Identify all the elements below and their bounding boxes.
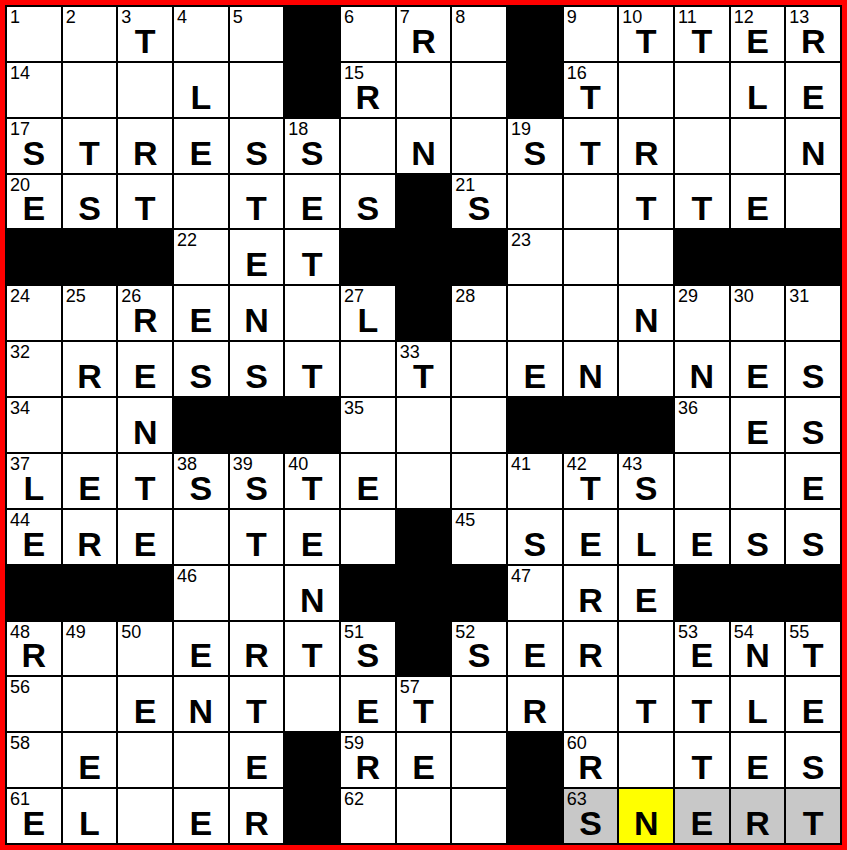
cell-r9c7[interactable]: E	[341, 454, 395, 508]
cell-r2c7[interactable]: 15R	[341, 63, 395, 117]
cell-r13c10[interactable]: R	[508, 677, 562, 731]
cell-r7c14[interactable]: E	[731, 342, 785, 396]
cell-r12c14[interactable]: 54N	[731, 622, 785, 676]
cell-letter: S	[230, 136, 284, 170]
cell-r2c11[interactable]: 16T	[564, 63, 618, 117]
black-cell-r8c12	[619, 398, 673, 452]
cell-letter: T	[786, 806, 840, 840]
cell-r13c6[interactable]	[285, 677, 339, 731]
cell-letter: S	[230, 359, 284, 393]
cell-letter: R	[619, 136, 673, 170]
cell-r8c1[interactable]: 34	[7, 398, 61, 452]
cell-r10c9[interactable]: 45	[452, 510, 506, 564]
cell-r12c1[interactable]: 48R	[7, 622, 61, 676]
cell-r10c7[interactable]	[341, 510, 395, 564]
cell-r6c6[interactable]	[285, 286, 339, 340]
cell-letter: T	[619, 24, 673, 58]
cell-r6c1[interactable]: 24	[7, 286, 61, 340]
cell-r4c5[interactable]: T	[230, 175, 284, 229]
cell-r13c3[interactable]: E	[118, 677, 172, 731]
cell-r10c13[interactable]: E	[675, 510, 729, 564]
cell-letter: R	[731, 806, 785, 840]
cell-r3c3[interactable]: R	[118, 119, 172, 173]
cell-letter: N	[786, 136, 840, 170]
cell-r10c12[interactable]: L	[619, 510, 673, 564]
cell-r12c5[interactable]: R	[230, 622, 284, 676]
cell-r11c4[interactable]: 46	[174, 566, 228, 620]
cell-r8c8[interactable]	[397, 398, 451, 452]
cell-r12c2[interactable]: 49	[63, 622, 117, 676]
cell-r1c2[interactable]: 2	[63, 7, 117, 61]
cell-r4c1[interactable]: 20E	[7, 175, 61, 229]
cell-r2c5[interactable]	[230, 63, 284, 117]
cell-letter: E	[341, 694, 395, 728]
cell-r1c11[interactable]: 9	[564, 7, 618, 61]
cell-r5c12[interactable]	[619, 230, 673, 284]
cell-r3c2[interactable]: T	[63, 119, 117, 173]
black-cell-r8c4	[174, 398, 228, 452]
clue-number: 36	[678, 398, 698, 418]
cell-r14c1[interactable]: 58	[7, 733, 61, 787]
cell-r15c2[interactable]: L	[63, 789, 117, 843]
cell-r7c9[interactable]	[452, 342, 506, 396]
cell-r14c4[interactable]	[174, 733, 228, 787]
cell-r10c14[interactable]: S	[731, 510, 785, 564]
cell-r8c9[interactable]	[452, 398, 506, 452]
black-cell-r11c8	[397, 566, 451, 620]
cell-letter: S	[619, 471, 673, 505]
cell-r11c11[interactable]: R	[564, 566, 618, 620]
clue-number: 28	[455, 286, 475, 306]
cell-r6c13[interactable]: 29	[675, 286, 729, 340]
clue-number: 46	[177, 566, 197, 586]
cell-r14c13[interactable]: T	[675, 733, 729, 787]
cell-r2c2[interactable]	[63, 63, 117, 117]
cell-letter: S	[731, 527, 785, 561]
cell-r7c6[interactable]: T	[285, 342, 339, 396]
cell-r13c2[interactable]	[63, 677, 117, 731]
cell-r13c13[interactable]: T	[675, 677, 729, 731]
cell-letter: T	[397, 359, 451, 393]
cell-r9c6[interactable]: 40T	[285, 454, 339, 508]
cell-r4c4[interactable]	[174, 175, 228, 229]
cell-r9c9[interactable]	[452, 454, 506, 508]
cell-r7c10[interactable]: E	[508, 342, 562, 396]
cell-letter: E	[508, 638, 562, 672]
clue-number: 24	[10, 286, 30, 306]
cell-letter: S	[786, 750, 840, 784]
cell-letter: E	[731, 24, 785, 58]
cell-r3c11[interactable]: T	[564, 119, 618, 173]
cell-letter: E	[174, 136, 228, 170]
cell-r3c7[interactable]	[341, 119, 395, 173]
cell-letter: E	[786, 471, 840, 505]
cell-r9c1[interactable]: 37L	[7, 454, 61, 508]
cell-r7c13[interactable]: N	[675, 342, 729, 396]
cell-letter: R	[63, 359, 117, 393]
cell-r7c7[interactable]	[341, 342, 395, 396]
cell-r7c8[interactable]: 33T	[397, 342, 451, 396]
cell-r3c5[interactable]: S	[230, 119, 284, 173]
clue-number: 4	[177, 7, 187, 27]
cell-letter: E	[675, 638, 729, 672]
black-cell-r15c10	[508, 789, 562, 843]
cell-r9c2[interactable]: E	[63, 454, 117, 508]
cell-letter: E	[731, 191, 785, 225]
cell-r10c10[interactable]: S	[508, 510, 562, 564]
cell-letter: E	[285, 527, 339, 561]
cell-r3c1[interactable]: 17S	[7, 119, 61, 173]
cell-r1c9[interactable]: 8	[452, 7, 506, 61]
clue-number: 31	[789, 286, 809, 306]
cell-letter: S	[230, 471, 284, 505]
cell-r10c11[interactable]: E	[564, 510, 618, 564]
cell-r5c6[interactable]: T	[285, 230, 339, 284]
cell-r12c3[interactable]: 50	[118, 622, 172, 676]
black-cell-r5c15	[786, 230, 840, 284]
cell-r12c13[interactable]: 53E	[675, 622, 729, 676]
cell-r2c15[interactable]: E	[786, 63, 840, 117]
cell-r12c9[interactable]: 52S	[452, 622, 506, 676]
cell-r9c8[interactable]	[397, 454, 451, 508]
cell-r7c1[interactable]: 32	[7, 342, 61, 396]
cell-letter: T	[619, 191, 673, 225]
cell-r6c2[interactable]: 25	[63, 286, 117, 340]
cell-r9c11[interactable]: 42T	[564, 454, 618, 508]
highlighted-cell-r15c14[interactable]: R	[731, 789, 785, 843]
cell-letter: E	[118, 527, 172, 561]
cell-r9c4[interactable]: 38S	[174, 454, 228, 508]
cell-r7c11[interactable]: N	[564, 342, 618, 396]
crossword-board: 123T4567R8910T11T12E13R14L15R16TLE17STRE…	[0, 0, 847, 850]
cell-r2c9[interactable]	[452, 63, 506, 117]
cell-r8c3[interactable]: N	[118, 398, 172, 452]
cell-r2c1[interactable]: 14	[7, 63, 61, 117]
cell-letter: T	[786, 638, 840, 672]
cell-r6c3[interactable]: 26R	[118, 286, 172, 340]
cell-letter: R	[230, 806, 284, 840]
cell-r2c4[interactable]: L	[174, 63, 228, 117]
cell-r3c15[interactable]: N	[786, 119, 840, 173]
cell-r5c4[interactable]: 22	[174, 230, 228, 284]
cell-r9c10[interactable]: 41	[508, 454, 562, 508]
cell-r13c15[interactable]: E	[786, 677, 840, 731]
cell-r3c4[interactable]: E	[174, 119, 228, 173]
cell-letter: S	[786, 359, 840, 393]
cell-r2c8[interactable]	[397, 63, 451, 117]
cell-letter: E	[7, 527, 61, 561]
cell-r10c2[interactable]: R	[63, 510, 117, 564]
cell-r13c11[interactable]	[564, 677, 618, 731]
cell-letter: T	[285, 638, 339, 672]
cell-r3c6[interactable]: 18S	[285, 119, 339, 173]
cell-r4c14[interactable]: E	[731, 175, 785, 229]
cell-r12c15[interactable]: 55T	[786, 622, 840, 676]
black-cell-r5c3	[118, 230, 172, 284]
cell-letter: S	[285, 136, 339, 170]
cell-r5c10[interactable]: 23	[508, 230, 562, 284]
cell-r6c7[interactable]: 27L	[341, 286, 395, 340]
cell-r10c5[interactable]: T	[230, 510, 284, 564]
cell-letter: T	[118, 24, 172, 58]
black-cell-r11c15	[786, 566, 840, 620]
highlighted-cell-r15c13[interactable]: E	[675, 789, 729, 843]
cell-r5c5[interactable]: E	[230, 230, 284, 284]
cell-letter: L	[174, 80, 228, 114]
cell-letter: T	[675, 24, 729, 58]
cell-letter: L	[63, 806, 117, 840]
cell-r2c3[interactable]	[118, 63, 172, 117]
cell-letter: T	[675, 191, 729, 225]
cell-letter: T	[564, 136, 618, 170]
cell-r1c12[interactable]: 10T	[619, 7, 673, 61]
cell-r13c12[interactable]: T	[619, 677, 673, 731]
cell-letter: T	[230, 694, 284, 728]
cell-letter: E	[675, 527, 729, 561]
cell-r6c10[interactable]	[508, 286, 562, 340]
cell-r3c8[interactable]: N	[397, 119, 451, 173]
cell-letter: S	[174, 471, 228, 505]
cell-letter: E	[731, 415, 785, 449]
cell-r12c4[interactable]: E	[174, 622, 228, 676]
cell-letter: N	[118, 415, 172, 449]
cell-r3c9[interactable]	[452, 119, 506, 173]
cell-letter: S	[452, 191, 506, 225]
cell-r8c15[interactable]: S	[786, 398, 840, 452]
cell-r6c12[interactable]: N	[619, 286, 673, 340]
cell-r6c15[interactable]: 31	[786, 286, 840, 340]
cell-r15c1[interactable]: 61E	[7, 789, 61, 843]
cell-r15c5[interactable]: R	[230, 789, 284, 843]
highlighted-cell-r15c15[interactable]: T	[786, 789, 840, 843]
cell-letter: E	[174, 806, 228, 840]
cell-r4c6[interactable]: E	[285, 175, 339, 229]
cell-letter: E	[230, 750, 284, 784]
cell-r3c10[interactable]: 19S	[508, 119, 562, 173]
cell-letter: T	[285, 247, 339, 281]
cell-r7c15[interactable]: S	[786, 342, 840, 396]
cell-letter: N	[619, 303, 673, 337]
cell-r14c12[interactable]	[619, 733, 673, 787]
cell-letter: S	[508, 136, 562, 170]
cell-r7c3[interactable]: E	[118, 342, 172, 396]
cell-r10c4[interactable]	[174, 510, 228, 564]
clue-number: 34	[10, 398, 30, 418]
cell-r11c5[interactable]	[230, 566, 284, 620]
cell-letter: E	[564, 527, 618, 561]
cell-r10c1[interactable]: 44E	[7, 510, 61, 564]
cell-r7c4[interactable]: S	[174, 342, 228, 396]
cell-r15c8[interactable]	[397, 789, 451, 843]
cell-letter: T	[63, 136, 117, 170]
cell-r2c14[interactable]: L	[731, 63, 785, 117]
clue-number: 2	[66, 7, 76, 27]
black-cell-r5c14	[731, 230, 785, 284]
cell-r14c11[interactable]: 60R	[564, 733, 618, 787]
cell-r1c14[interactable]: 12E	[731, 7, 785, 61]
cell-r12c10[interactable]: E	[508, 622, 562, 676]
cell-letter: T	[118, 191, 172, 225]
black-cell-r11c7	[341, 566, 395, 620]
cell-r4c11[interactable]	[564, 175, 618, 229]
cell-r13c9[interactable]	[452, 677, 506, 731]
cell-r1c5[interactable]: 5	[230, 7, 284, 61]
cell-letter: T	[285, 359, 339, 393]
black-cell-r8c10	[508, 398, 562, 452]
cell-r13c7[interactable]: E	[341, 677, 395, 731]
cell-r1c7[interactable]: 6	[341, 7, 395, 61]
cell-r10c6[interactable]: E	[285, 510, 339, 564]
clue-number: 58	[10, 733, 30, 753]
cell-letter: R	[118, 303, 172, 337]
cell-r7c5[interactable]: S	[230, 342, 284, 396]
cell-r14c8[interactable]: E	[397, 733, 451, 787]
cell-r7c2[interactable]: R	[63, 342, 117, 396]
cell-r2c13[interactable]	[675, 63, 729, 117]
cell-r11c6[interactable]: N	[285, 566, 339, 620]
cell-r11c10[interactable]: 47	[508, 566, 562, 620]
clue-number: 23	[511, 230, 531, 250]
cell-r15c4[interactable]: E	[174, 789, 228, 843]
cell-r2c12[interactable]	[619, 63, 673, 117]
cell-r1c4[interactable]: 4	[174, 7, 228, 61]
cell-r1c1[interactable]: 1	[7, 7, 61, 61]
cell-r4c9[interactable]: 21S	[452, 175, 506, 229]
cell-r13c8[interactable]: 57T	[397, 677, 451, 731]
cell-letter: R	[564, 750, 618, 784]
black-cell-r1c6	[285, 7, 339, 61]
cell-r14c14[interactable]: E	[731, 733, 785, 787]
cell-r12c6[interactable]: T	[285, 622, 339, 676]
cell-r6c11[interactable]	[564, 286, 618, 340]
cell-r13c14[interactable]: L	[731, 677, 785, 731]
cell-r9c14[interactable]	[731, 454, 785, 508]
clue-number: 49	[66, 622, 86, 642]
clue-number: 1	[10, 7, 20, 27]
cell-letter: L	[619, 527, 673, 561]
cell-r6c5[interactable]: N	[230, 286, 284, 340]
cell-letter: E	[63, 750, 117, 784]
cell-letter: S	[452, 638, 506, 672]
cell-r14c5[interactable]: E	[230, 733, 284, 787]
cell-letter: L	[341, 303, 395, 337]
cell-r13c1[interactable]: 56	[7, 677, 61, 731]
cell-r4c7[interactable]: S	[341, 175, 395, 229]
cell-letter: E	[63, 471, 117, 505]
cell-r9c3[interactable]: T	[118, 454, 172, 508]
cell-r12c7[interactable]: 51S	[341, 622, 395, 676]
clue-number: 47	[511, 566, 531, 586]
cell-r6c9[interactable]: 28	[452, 286, 506, 340]
clue-number: 6	[344, 7, 354, 27]
black-cell-r11c2	[63, 566, 117, 620]
cell-r14c7[interactable]: 59R	[341, 733, 395, 787]
cell-letter: N	[285, 583, 339, 617]
cell-r8c2[interactable]	[63, 398, 117, 452]
cell-r14c2[interactable]: E	[63, 733, 117, 787]
cell-letter: S	[63, 191, 117, 225]
active-cell-r15c12[interactable]: N	[619, 789, 673, 843]
cell-letter: S	[786, 415, 840, 449]
clue-number: 62	[344, 789, 364, 809]
cell-r1c3[interactable]: 3T	[118, 7, 172, 61]
cell-r8c13[interactable]: 36	[675, 398, 729, 452]
cell-r3c14[interactable]	[731, 119, 785, 173]
cell-r7c12[interactable]	[619, 342, 673, 396]
black-cell-r11c3	[118, 566, 172, 620]
clue-number: 8	[455, 7, 465, 27]
cell-r11c12[interactable]: E	[619, 566, 673, 620]
cell-r3c12[interactable]: R	[619, 119, 673, 173]
cell-letter: R	[508, 694, 562, 728]
cell-r6c14[interactable]: 30	[731, 286, 785, 340]
cell-letter: T	[675, 694, 729, 728]
clue-number: 35	[344, 398, 364, 418]
cell-r13c4[interactable]: N	[174, 677, 228, 731]
cell-r1c15[interactable]: 13R	[786, 7, 840, 61]
cell-r4c2[interactable]: S	[63, 175, 117, 229]
black-cell-r1c10	[508, 7, 562, 61]
cell-r4c3[interactable]: T	[118, 175, 172, 229]
cell-r9c15[interactable]: E	[786, 454, 840, 508]
cell-r10c15[interactable]: S	[786, 510, 840, 564]
cell-r9c5[interactable]: 39S	[230, 454, 284, 508]
cell-r12c11[interactable]: R	[564, 622, 618, 676]
cell-r1c13[interactable]: 11T	[675, 7, 729, 61]
clue-number: 14	[10, 63, 30, 83]
black-cell-r5c2	[63, 230, 117, 284]
clue-number: 56	[10, 677, 30, 697]
cell-r14c3[interactable]	[118, 733, 172, 787]
cell-letter: T	[230, 191, 284, 225]
cell-r4c15[interactable]	[786, 175, 840, 229]
cell-r14c15[interactable]: S	[786, 733, 840, 787]
cell-r5c11[interactable]	[564, 230, 618, 284]
cell-r8c7[interactable]: 35	[341, 398, 395, 452]
cell-r15c7[interactable]: 62	[341, 789, 395, 843]
black-cell-r5c13	[675, 230, 729, 284]
cell-r15c9[interactable]	[452, 789, 506, 843]
cell-r3c13[interactable]	[675, 119, 729, 173]
cell-r12c12[interactable]	[619, 622, 673, 676]
cell-r13c5[interactable]: T	[230, 677, 284, 731]
black-cell-r11c13	[675, 566, 729, 620]
cell-r1c8[interactable]: 7R	[397, 7, 451, 61]
cell-r8c14[interactable]: E	[731, 398, 785, 452]
cell-letter: T	[564, 471, 618, 505]
highlighted-cell-r15c11[interactable]: 63S	[564, 789, 618, 843]
clue-number: 45	[455, 510, 475, 530]
cell-r4c10[interactable]	[508, 175, 562, 229]
cell-r9c13[interactable]	[675, 454, 729, 508]
cell-r9c12[interactable]: 43S	[619, 454, 673, 508]
cell-r15c3[interactable]	[118, 789, 172, 843]
cell-r4c13[interactable]: T	[675, 175, 729, 229]
clue-number: 50	[121, 622, 141, 642]
cell-letter: R	[564, 638, 618, 672]
cell-r14c9[interactable]	[452, 733, 506, 787]
cell-letter: S	[564, 806, 618, 840]
cell-r10c3[interactable]: E	[118, 510, 172, 564]
black-cell-r8c5	[230, 398, 284, 452]
cell-letter: R	[7, 638, 61, 672]
cell-letter: L	[731, 80, 785, 114]
cell-r6c4[interactable]: E	[174, 286, 228, 340]
cell-letter: N	[397, 136, 451, 170]
cell-r4c12[interactable]: T	[619, 175, 673, 229]
cell-letter: E	[174, 638, 228, 672]
black-cell-r11c9	[452, 566, 506, 620]
